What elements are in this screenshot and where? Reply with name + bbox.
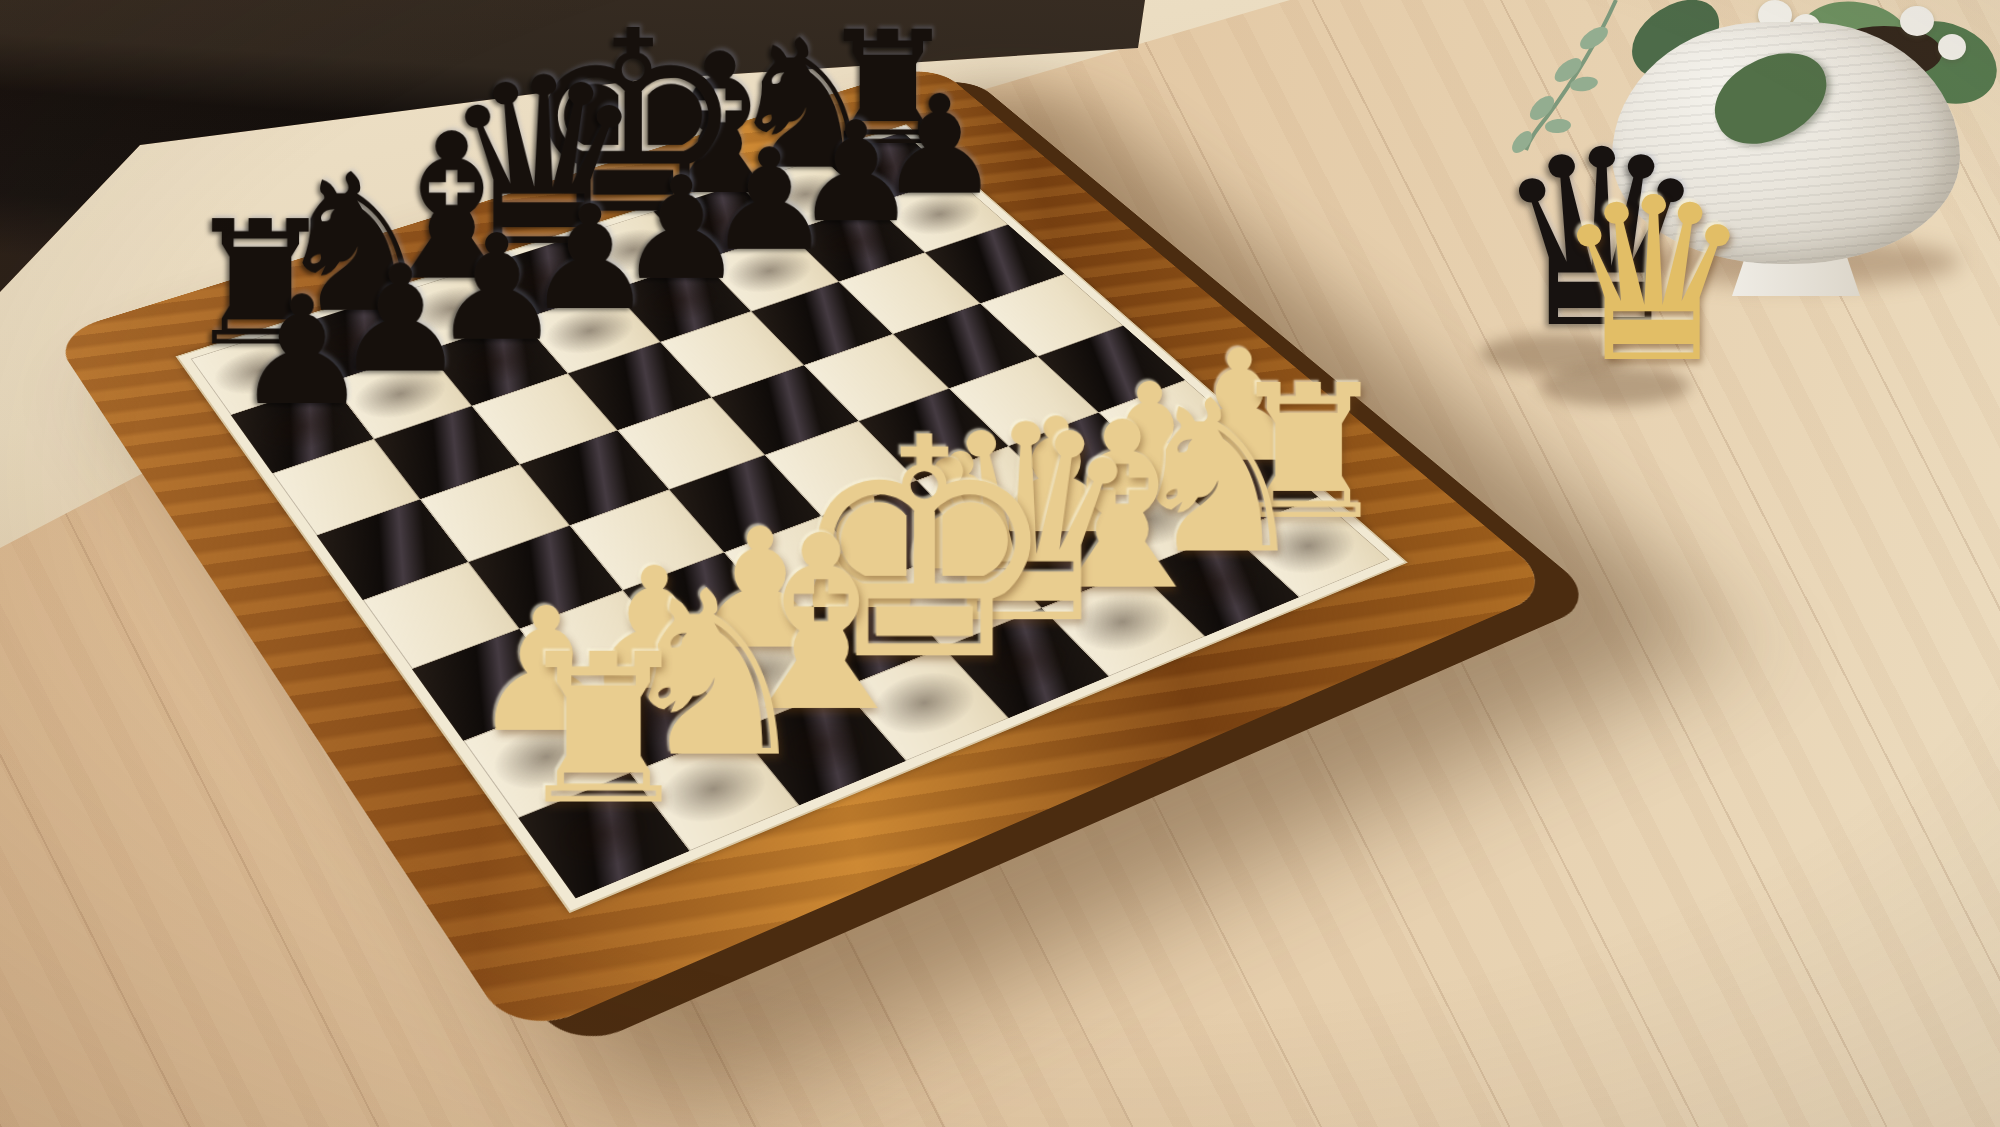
spare-white-queen[interactable]: ♛ (1552, 168, 1755, 394)
white-queen-glyph: ♛ (1552, 168, 1755, 394)
black-pawn-glyph: ♟ (234, 277, 369, 427)
board-plane: ♜♞♝♛♚♝♞♜♟♟♟♟♟♟♟♟♟♟♟♟♟♟♟♟♜♞♝♚♛♝♞♜ (51, 63, 1558, 1040)
chessboard: ♜♞♝♛♚♝♞♜♟♟♟♟♟♟♟♟♟♟♟♟♟♟♟♟♜♞♝♚♛♝♞♜ (51, 63, 1558, 1040)
white-rook-glyph: ♜ (511, 628, 696, 834)
photo-scene: ♜♞♝♛♚♝♞♜♟♟♟♟♟♟♟♟♟♟♟♟♟♟♟♟♜♞♝♚♛♝♞♜ ♛ ♛ (0, 0, 2000, 1127)
